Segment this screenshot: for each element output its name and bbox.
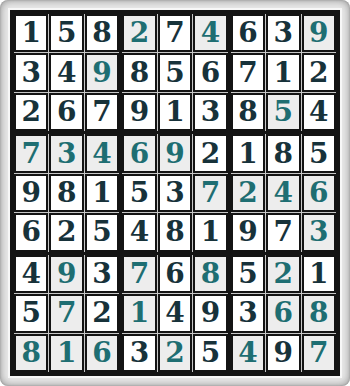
cell-r8c2[interactable]: 7 <box>49 294 83 332</box>
cell-r1c5[interactable]: 7 <box>158 14 192 52</box>
cell-r1c6[interactable]: 4 <box>193 14 227 52</box>
cell-r5c2[interactable]: 8 <box>49 174 83 212</box>
cell-r6c9[interactable]: 3 <box>302 213 336 251</box>
cell-r4c9[interactable]: 5 <box>302 134 336 172</box>
cell-r1c7[interactable]: 6 <box>231 14 265 52</box>
cell-r5c7[interactable]: 2 <box>231 174 265 212</box>
cell-r9c7[interactable]: 4 <box>231 334 265 372</box>
cell-r1c8[interactable]: 3 <box>266 14 300 52</box>
cell-r8c6[interactable]: 9 <box>193 294 227 332</box>
cell-r8c9[interactable]: 8 <box>302 294 336 332</box>
cell-r4c7[interactable]: 1 <box>231 134 265 172</box>
cell-r3c7[interactable]: 8 <box>231 93 265 131</box>
cell-r8c4[interactable]: 1 <box>122 294 156 332</box>
cell-r7c2[interactable]: 9 <box>49 255 83 293</box>
cell-r9c6[interactable]: 5 <box>193 334 227 372</box>
cell-r3c1[interactable]: 2 <box>14 93 48 131</box>
cell-r8c5[interactable]: 4 <box>158 294 192 332</box>
cell-r7c7[interactable]: 5 <box>231 255 265 293</box>
cell-r3c8[interactable]: 5 <box>266 93 300 131</box>
cell-r7c6[interactable]: 8 <box>193 255 227 293</box>
cell-r8c3[interactable]: 2 <box>85 294 119 332</box>
cell-r7c1[interactable]: 4 <box>14 255 48 293</box>
cell-r3c3[interactable]: 7 <box>85 93 119 131</box>
cell-r9c4[interactable]: 3 <box>122 334 156 372</box>
cell-r5c5[interactable]: 3 <box>158 174 192 212</box>
cell-r2c2[interactable]: 4 <box>49 53 83 91</box>
cell-r9c1[interactable]: 8 <box>14 334 48 372</box>
cell-r1c1[interactable]: 1 <box>14 14 48 52</box>
box-8: 768149325 <box>122 255 227 372</box>
box-4: 734981625 <box>14 134 119 251</box>
box-2: 274856913 <box>122 14 227 131</box>
cell-r5c6[interactable]: 7 <box>193 174 227 212</box>
box-1: 158349267 <box>14 14 119 131</box>
cell-r6c5[interactable]: 8 <box>158 213 192 251</box>
board-frame: 1583492672748569136397128547349816256925… <box>0 0 350 386</box>
cell-r6c3[interactable]: 5 <box>85 213 119 251</box>
cell-r9c2[interactable]: 1 <box>49 334 83 372</box>
cell-r3c9[interactable]: 4 <box>302 93 336 131</box>
cell-r9c5[interactable]: 2 <box>158 334 192 372</box>
cell-r5c8[interactable]: 4 <box>266 174 300 212</box>
cell-r2c7[interactable]: 7 <box>231 53 265 91</box>
cell-r5c3[interactable]: 1 <box>85 174 119 212</box>
cell-r4c3[interactable]: 4 <box>85 134 119 172</box>
cell-r7c4[interactable]: 7 <box>122 255 156 293</box>
cell-r1c4[interactable]: 2 <box>122 14 156 52</box>
cell-r9c9[interactable]: 7 <box>302 334 336 372</box>
cell-r8c7[interactable]: 3 <box>231 294 265 332</box>
cell-r5c4[interactable]: 5 <box>122 174 156 212</box>
cell-r9c3[interactable]: 6 <box>85 334 119 372</box>
cell-r4c2[interactable]: 3 <box>49 134 83 172</box>
cell-r3c5[interactable]: 1 <box>158 93 192 131</box>
cell-r4c8[interactable]: 8 <box>266 134 300 172</box>
cell-r8c1[interactable]: 5 <box>14 294 48 332</box>
cell-r2c8[interactable]: 1 <box>266 53 300 91</box>
cell-r6c1[interactable]: 6 <box>14 213 48 251</box>
box-6: 185246973 <box>231 134 336 251</box>
cell-r3c2[interactable]: 6 <box>49 93 83 131</box>
box-9: 521368497 <box>231 255 336 372</box>
cell-r4c1[interactable]: 7 <box>14 134 48 172</box>
cell-r7c8[interactable]: 2 <box>266 255 300 293</box>
cell-r3c6[interactable]: 3 <box>193 93 227 131</box>
cell-r7c5[interactable]: 6 <box>158 255 192 293</box>
cell-r2c9[interactable]: 2 <box>302 53 336 91</box>
box-5: 692537481 <box>122 134 227 251</box>
cell-r1c2[interactable]: 5 <box>49 14 83 52</box>
cell-r7c3[interactable]: 3 <box>85 255 119 293</box>
cell-r6c8[interactable]: 7 <box>266 213 300 251</box>
sudoku-board: 1583492672748569136397128547349816256925… <box>10 10 340 376</box>
cell-r7c9[interactable]: 1 <box>302 255 336 293</box>
cell-r4c4[interactable]: 6 <box>122 134 156 172</box>
cell-r1c9[interactable]: 9 <box>302 14 336 52</box>
box-7: 493572816 <box>14 255 119 372</box>
cell-r3c4[interactable]: 9 <box>122 93 156 131</box>
cell-r1c3[interactable]: 8 <box>85 14 119 52</box>
cell-r5c9[interactable]: 6 <box>302 174 336 212</box>
cell-r9c8[interactable]: 9 <box>266 334 300 372</box>
cell-r6c4[interactable]: 4 <box>122 213 156 251</box>
cell-r2c3[interactable]: 9 <box>85 53 119 91</box>
cell-r4c5[interactable]: 9 <box>158 134 192 172</box>
box-3: 639712854 <box>231 14 336 131</box>
cell-r2c6[interactable]: 6 <box>193 53 227 91</box>
cell-r5c1[interactable]: 9 <box>14 174 48 212</box>
cell-r6c2[interactable]: 2 <box>49 213 83 251</box>
cell-r6c7[interactable]: 9 <box>231 213 265 251</box>
cell-r4c6[interactable]: 2 <box>193 134 227 172</box>
cell-r2c4[interactable]: 8 <box>122 53 156 91</box>
cell-r2c1[interactable]: 3 <box>14 53 48 91</box>
cell-r2c5[interactable]: 5 <box>158 53 192 91</box>
cell-r8c8[interactable]: 6 <box>266 294 300 332</box>
cell-r6c6[interactable]: 1 <box>193 213 227 251</box>
